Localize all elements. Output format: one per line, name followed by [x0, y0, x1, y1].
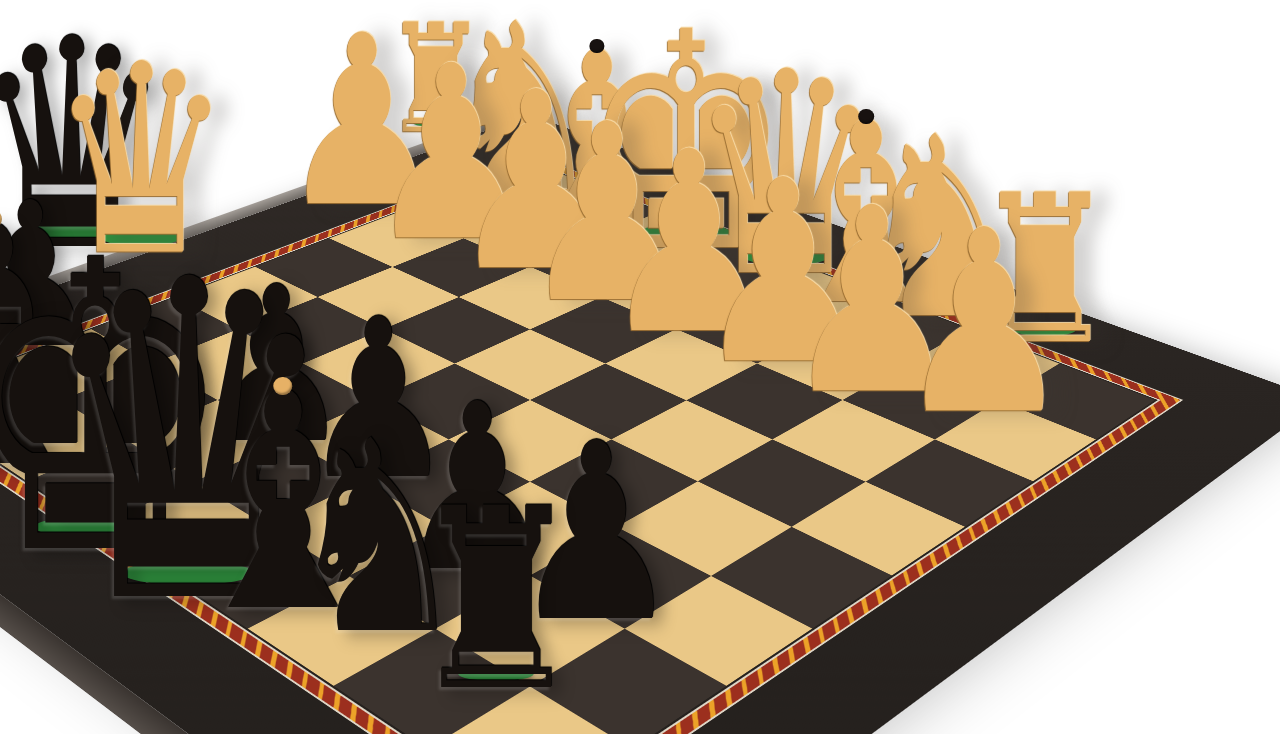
black-queen: ♛	[0, 224, 385, 664]
white-pawn-4: ♟	[497, 92, 717, 337]
pieces-layer: ♛♛♜♞♝♚♛♝♞♜♟♟♟♟♟♟♟♟♝♚♛♝♞♜♟♟♟♟♟	[0, 0, 1280, 734]
white-pawn-glyph: ♟	[695, 147, 871, 399]
black-queen-glyph: ♛	[34, 224, 342, 664]
green-felt-base	[829, 281, 904, 295]
green-felt-base	[485, 176, 557, 189]
green-felt-base	[327, 184, 398, 197]
white-bishop-right: ♝	[754, 90, 978, 340]
white-king-glyph: ♚	[581, 0, 791, 294]
black-pawn-glyph: ♟	[510, 411, 681, 656]
white-bishop-glyph: ♝	[515, 21, 679, 256]
green-felt-base	[102, 231, 181, 245]
green-felt-base	[0, 329, 60, 340]
white-pawn-8: ♟	[871, 197, 1097, 449]
green-felt-base	[904, 295, 979, 309]
green-felt-base	[745, 340, 821, 354]
white-pawn-glyph: ♟	[602, 119, 777, 369]
white-pawn-7: ♟	[758, 174, 987, 429]
white-knight-left: ♞	[413, 0, 628, 232]
black-pawn-5: ♟	[486, 411, 706, 656]
green-felt-base	[562, 201, 633, 214]
black-bishop-left-cropped: ♝	[0, 184, 140, 514]
white-queen: ♛	[660, 35, 911, 315]
green-felt-base	[559, 598, 633, 611]
green-felt-base	[244, 422, 309, 434]
white-pawn-glyph: ♟	[280, 4, 444, 239]
green-felt-base	[35, 516, 155, 538]
green-felt-base	[570, 279, 644, 292]
black-king: ♚	[0, 210, 274, 610]
white-pawn-glyph: ♟	[521, 92, 692, 337]
black-pawn-1: ♟	[0, 176, 120, 376]
green-felt-base	[1014, 325, 1076, 336]
white-pawn-3: ♟	[426, 60, 646, 305]
white-rook-right: ♜	[953, 168, 1137, 373]
white-pawn-glyph: ♟	[367, 34, 535, 274]
green-felt-base	[122, 561, 254, 585]
black-pawn-glyph: ♟	[0, 176, 100, 376]
bishop-top-knob	[858, 109, 874, 125]
green-felt-base	[27, 223, 114, 239]
green-felt-base	[337, 609, 417, 624]
white-knight-glyph: ♞	[437, 0, 605, 232]
green-felt-base	[499, 247, 573, 260]
white-queen-glyph: ♛	[49, 30, 232, 292]
white-pawn-5: ♟	[577, 119, 801, 369]
green-felt-base	[946, 390, 1022, 404]
white-pawn-1: ♟	[257, 4, 468, 239]
green-felt-base	[834, 369, 911, 383]
green-felt-base	[442, 550, 511, 563]
black-pawn-glyph: ♟	[201, 258, 351, 473]
white-pawn-2: ♟	[343, 34, 558, 274]
black-rook-glyph: ♜	[409, 476, 584, 726]
green-felt-base	[744, 249, 828, 264]
bishop-top-knob	[590, 39, 605, 54]
white-pawn-glyph: ♟	[783, 174, 961, 429]
white-pawn-6: ♟	[670, 147, 896, 399]
white-knight-right: ♞	[829, 104, 1053, 354]
black-knight-glyph: ♞	[284, 406, 469, 671]
green-felt-base	[652, 310, 727, 324]
white-knight-glyph: ♞	[854, 104, 1029, 354]
green-felt-base	[415, 218, 487, 231]
black-pawn-glyph: ♟	[301, 290, 455, 510]
chess-set-photo-stage: ♛♛♜♞♝♚♛♝♞♜♟♟♟♟♟♟♟♟♝♚♛♝♞♜♟♟♟♟♟	[0, 0, 1280, 734]
black-bishop-glyph: ♝	[0, 184, 107, 514]
white-queen-extra: ♛	[24, 30, 259, 292]
white-queen-glyph: ♛	[688, 35, 884, 315]
black-queen-glyph: ♛	[0, 1, 172, 291]
white-rook-glyph: ♜	[384, 4, 489, 154]
black-king-glyph: ♚	[0, 210, 235, 610]
white-rook-glyph: ♜	[973, 168, 1116, 373]
black-queen-extra: ♛	[0, 1, 201, 291]
green-felt-base	[238, 584, 328, 601]
bishop-top-knob	[0, 209, 2, 229]
black-pawn-2: ♟	[180, 258, 373, 473]
black-bishop-right: ♝	[149, 354, 418, 654]
black-pawn-4: ♟	[374, 374, 580, 604]
black-bishop-glyph: ♝	[178, 354, 388, 654]
green-felt-base	[345, 458, 411, 470]
white-pawn-glyph: ♟	[450, 60, 621, 305]
green-felt-base	[641, 224, 731, 241]
white-bishop-glyph: ♝	[779, 90, 954, 340]
white-bishop-left: ♝	[492, 21, 703, 256]
green-felt-base	[413, 119, 458, 127]
green-felt-base	[0, 436, 42, 454]
black-knight: ♞	[258, 406, 496, 671]
bishop-top-knob	[274, 377, 293, 396]
green-felt-base	[459, 667, 534, 681]
white-pawn-glyph: ♟	[896, 197, 1072, 449]
white-rook-left: ♜	[369, 4, 503, 154]
black-rook: ♜	[384, 476, 608, 726]
white-king: ♚	[552, 0, 821, 294]
black-pawn-3: ♟	[279, 290, 476, 510]
black-pawn-glyph: ♟	[397, 374, 558, 604]
